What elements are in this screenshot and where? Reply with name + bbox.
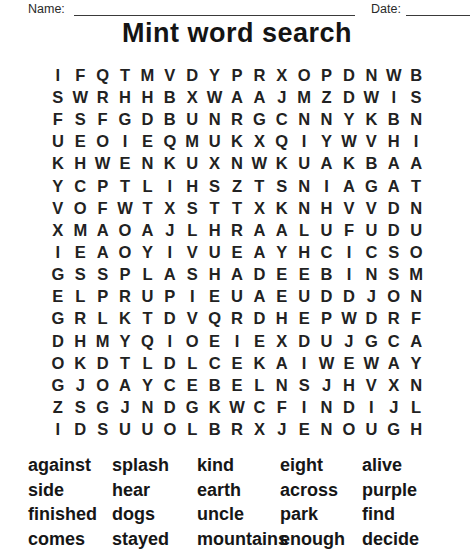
grid-cell[interactable]: N: [405, 197, 427, 219]
grid-cell[interactable]: P: [315, 64, 337, 86]
grid-cell[interactable]: O: [383, 285, 405, 307]
grid-cell[interactable]: H: [315, 197, 337, 219]
grid-cell[interactable]: J: [159, 219, 181, 241]
grid-cell[interactable]: G: [91, 396, 113, 418]
grid-cell[interactable]: K: [159, 153, 181, 175]
grid-cell[interactable]: O: [69, 197, 91, 219]
grid-cell[interactable]: D: [159, 308, 181, 330]
grid-cell[interactable]: V: [159, 64, 181, 86]
grid-cell[interactable]: D: [338, 86, 360, 108]
grid-cell[interactable]: B: [315, 263, 337, 285]
grid-cell[interactable]: Q: [203, 308, 225, 330]
grid-cell[interactable]: Y: [405, 352, 427, 374]
grid-cell[interactable]: O: [159, 418, 181, 440]
grid-cell[interactable]: C: [159, 374, 181, 396]
grid-cell[interactable]: E: [271, 263, 293, 285]
grid-cell[interactable]: N: [226, 153, 248, 175]
word-list-item: eight: [280, 455, 323, 476]
grid-cell[interactable]: N: [136, 153, 158, 175]
grid-cell[interactable]: P: [315, 308, 337, 330]
grid-cell[interactable]: K: [248, 352, 270, 374]
grid-cell[interactable]: E: [226, 241, 248, 263]
grid-cell[interactable]: A: [338, 175, 360, 197]
grid-cell[interactable]: L: [91, 308, 113, 330]
grid-cell[interactable]: A: [159, 263, 181, 285]
grid-cell[interactable]: G: [248, 108, 270, 130]
grid-cell[interactable]: E: [293, 308, 315, 330]
grid-cell[interactable]: V: [338, 197, 360, 219]
grid-cell[interactable]: E: [181, 374, 203, 396]
grid-cell[interactable]: I: [405, 130, 427, 152]
grid-cell[interactable]: V: [360, 130, 382, 152]
grid-cell[interactable]: S: [383, 241, 405, 263]
grid-cell[interactable]: O: [181, 330, 203, 352]
grid-cell[interactable]: W: [383, 64, 405, 86]
grid-cell[interactable]: C: [248, 396, 270, 418]
grid-cell[interactable]: A: [271, 352, 293, 374]
grid-cell[interactable]: S: [181, 263, 203, 285]
grid-cell[interactable]: V: [360, 197, 382, 219]
grid-cell[interactable]: Y: [136, 241, 158, 263]
grid-cell[interactable]: L: [405, 396, 427, 418]
grid-cell[interactable]: R: [226, 108, 248, 130]
grid-cell[interactable]: T: [114, 175, 136, 197]
word-list-item: earth: [197, 480, 241, 501]
grid-cell[interactable]: A: [114, 374, 136, 396]
grid-cell[interactable]: U: [293, 153, 315, 175]
grid-cell[interactable]: S: [69, 396, 91, 418]
word-list-item: decide: [362, 529, 419, 550]
grid-cell[interactable]: F: [271, 396, 293, 418]
grid-cell[interactable]: O: [91, 130, 113, 152]
grid-cell[interactable]: K: [203, 396, 225, 418]
grid-cell[interactable]: X: [159, 197, 181, 219]
grid-cell[interactable]: V: [181, 308, 203, 330]
grid-cell[interactable]: M: [91, 330, 113, 352]
grid-cell[interactable]: M: [181, 130, 203, 152]
grid-cell[interactable]: X: [383, 374, 405, 396]
grid-cell[interactable]: E: [226, 374, 248, 396]
grid-cell[interactable]: A: [248, 219, 270, 241]
grid-cell[interactable]: N: [271, 374, 293, 396]
grid-cell[interactable]: I: [293, 352, 315, 374]
grid-cell[interactable]: I: [181, 285, 203, 307]
grid-cell[interactable]: N: [293, 108, 315, 130]
grid-cell[interactable]: N: [315, 108, 337, 130]
grid-cell[interactable]: W: [248, 153, 270, 175]
grid-cell[interactable]: X: [181, 86, 203, 108]
grid-cell[interactable]: F: [338, 219, 360, 241]
grid-cell[interactable]: E: [114, 153, 136, 175]
grid-cell[interactable]: A: [383, 153, 405, 175]
grid-cell[interactable]: K: [271, 153, 293, 175]
grid-cell[interactable]: F: [91, 108, 113, 130]
grid-cell[interactable]: C: [360, 241, 382, 263]
grid-cell[interactable]: O: [293, 64, 315, 86]
grid-cell[interactable]: N: [136, 396, 158, 418]
grid-cell[interactable]: W: [338, 130, 360, 152]
grid-cell[interactable]: T: [203, 197, 225, 219]
grid-cell[interactable]: V: [181, 241, 203, 263]
grid-cell[interactable]: A: [91, 219, 113, 241]
grid-cell[interactable]: D: [47, 330, 69, 352]
grid-cell[interactable]: N: [315, 418, 337, 440]
grid-cell[interactable]: D: [181, 64, 203, 86]
page-title: Mint word search: [0, 18, 474, 49]
grid-cell[interactable]: Y: [136, 374, 158, 396]
grid-cell[interactable]: H: [271, 308, 293, 330]
grid-cell[interactable]: S: [91, 263, 113, 285]
grid-cell[interactable]: R: [69, 308, 91, 330]
grid-cell[interactable]: H: [405, 418, 427, 440]
grid-cell[interactable]: I: [47, 418, 69, 440]
grid-cell[interactable]: G: [360, 175, 382, 197]
grid-cell[interactable]: Z: [315, 86, 337, 108]
grid-cell[interactable]: R: [226, 418, 248, 440]
grid-cell[interactable]: R: [248, 64, 270, 86]
grid-cell[interactable]: K: [114, 308, 136, 330]
grid-cell[interactable]: K: [360, 108, 382, 130]
grid-cell[interactable]: N: [405, 374, 427, 396]
name-label: Name:: [28, 2, 65, 16]
grid-cell[interactable]: D: [69, 418, 91, 440]
grid-cell[interactable]: V: [360, 374, 382, 396]
grid-cell[interactable]: K: [47, 153, 69, 175]
grid-cell[interactable]: K: [338, 153, 360, 175]
grid-cell[interactable]: K: [271, 197, 293, 219]
grid-cell[interactable]: S: [203, 175, 225, 197]
grid-cell[interactable]: H: [69, 330, 91, 352]
grid-cell[interactable]: T: [226, 197, 248, 219]
grid-cell[interactable]: L: [136, 263, 158, 285]
grid-cell[interactable]: I: [360, 396, 382, 418]
grid-cell[interactable]: O: [338, 418, 360, 440]
grid-cell[interactable]: U: [226, 285, 248, 307]
grid-cell[interactable]: R: [114, 285, 136, 307]
grid-cell[interactable]: D: [159, 352, 181, 374]
grid-cell[interactable]: U: [203, 130, 225, 152]
grid-cell[interactable]: P: [159, 285, 181, 307]
grid-cell[interactable]: T: [114, 352, 136, 374]
grid-cell[interactable]: I: [159, 241, 181, 263]
grid-cell[interactable]: I: [159, 330, 181, 352]
grid-cell[interactable]: L: [181, 352, 203, 374]
grid-cell[interactable]: M: [405, 263, 427, 285]
word-list-item: across: [280, 480, 338, 501]
grid-cell[interactable]: E: [293, 418, 315, 440]
grid-cell[interactable]: M: [136, 64, 158, 86]
grid-cell[interactable]: U: [293, 285, 315, 307]
grid-cell[interactable]: O: [114, 219, 136, 241]
grid-cell[interactable]: H: [181, 175, 203, 197]
grid-cell[interactable]: W: [114, 197, 136, 219]
grid-cell[interactable]: U: [360, 219, 382, 241]
grid-cell[interactable]: U: [181, 108, 203, 130]
grid-cell[interactable]: T: [136, 308, 158, 330]
grid-cell[interactable]: G: [47, 308, 69, 330]
grid-cell[interactable]: L: [136, 175, 158, 197]
grid-cell[interactable]: C: [271, 108, 293, 130]
grid-cell[interactable]: J: [360, 285, 382, 307]
grid-cell[interactable]: T: [114, 64, 136, 86]
grid-cell[interactable]: J: [338, 330, 360, 352]
grid-cell[interactable]: Q: [271, 130, 293, 152]
word-list-item: dogs: [112, 504, 155, 525]
grid-cell[interactable]: U: [181, 153, 203, 175]
grid-cell[interactable]: I: [315, 175, 337, 197]
grid-cell[interactable]: L: [181, 219, 203, 241]
grid-cell[interactable]: G: [383, 418, 405, 440]
grid-cell[interactable]: E: [226, 352, 248, 374]
grid-cell[interactable]: I: [226, 330, 248, 352]
grid-cell[interactable]: D: [293, 330, 315, 352]
grid-cell[interactable]: L: [248, 374, 270, 396]
grid-cell[interactable]: J: [114, 396, 136, 418]
grid-cell[interactable]: H: [114, 86, 136, 108]
grid-cell[interactable]: D: [383, 197, 405, 219]
grid-cell[interactable]: U: [203, 241, 225, 263]
grid-cell[interactable]: N: [360, 64, 382, 86]
grid-cell[interactable]: C: [315, 241, 337, 263]
grid-cell[interactable]: Y: [203, 64, 225, 86]
grid-cell[interactable]: Q: [136, 330, 158, 352]
grid-cell[interactable]: L: [69, 285, 91, 307]
grid-cell[interactable]: J: [271, 418, 293, 440]
grid-cell[interactable]: M: [69, 219, 91, 241]
grid-cell[interactable]: X: [203, 153, 225, 175]
grid-cell[interactable]: W: [226, 396, 248, 418]
grid-cell[interactable]: H: [203, 263, 225, 285]
grid-cell[interactable]: Q: [159, 130, 181, 152]
grid-cell[interactable]: A: [248, 241, 270, 263]
grid-cell[interactable]: U: [136, 285, 158, 307]
grid-cell[interactable]: X: [271, 330, 293, 352]
grid-cell[interactable]: C: [69, 175, 91, 197]
grid-cell[interactable]: A: [91, 241, 113, 263]
grid-cell[interactable]: B: [159, 86, 181, 108]
grid-cell[interactable]: L: [181, 418, 203, 440]
grid-cell[interactable]: D: [136, 108, 158, 130]
grid-cell[interactable]: L: [293, 219, 315, 241]
grid-cell[interactable]: S: [271, 175, 293, 197]
grid-cell[interactable]: R: [226, 219, 248, 241]
grid-cell[interactable]: U: [315, 219, 337, 241]
grid-cell[interactable]: V: [47, 197, 69, 219]
grid-cell[interactable]: D: [338, 285, 360, 307]
grid-cell[interactable]: G: [360, 330, 382, 352]
grid-cell[interactable]: D: [159, 396, 181, 418]
grid-cell[interactable]: X: [248, 197, 270, 219]
grid-cell[interactable]: C: [203, 352, 225, 374]
grid-cell[interactable]: E: [338, 352, 360, 374]
grid-cell[interactable]: O: [91, 374, 113, 396]
grid-cell[interactable]: Q: [91, 64, 113, 86]
grid-cell[interactable]: B: [203, 418, 225, 440]
grid-cell[interactable]: Y: [315, 130, 337, 152]
grid-cell[interactable]: J: [315, 374, 337, 396]
grid-cell[interactable]: S: [293, 374, 315, 396]
word-list-item: side: [28, 480, 64, 501]
grid-cell[interactable]: G: [47, 374, 69, 396]
grid-cell[interactable]: S: [69, 263, 91, 285]
grid-cell[interactable]: E: [69, 241, 91, 263]
grid-cell[interactable]: I: [114, 130, 136, 152]
grid-cell[interactable]: I: [383, 86, 405, 108]
grid-cell[interactable]: H: [338, 374, 360, 396]
grid-cell[interactable]: U: [315, 330, 337, 352]
grid-cell[interactable]: J: [383, 396, 405, 418]
grid-cell[interactable]: W: [360, 86, 382, 108]
grid-cell[interactable]: P: [91, 175, 113, 197]
grid-cell[interactable]: F: [405, 308, 427, 330]
grid-cell[interactable]: W: [315, 352, 337, 374]
grid-cell[interactable]: W: [360, 352, 382, 374]
grid-cell[interactable]: I: [338, 263, 360, 285]
grid-cell[interactable]: T: [136, 197, 158, 219]
grid-cell[interactable]: H: [203, 219, 225, 241]
grid-cell[interactable]: W: [91, 153, 113, 175]
word-list-item: park: [280, 504, 318, 525]
grid-cell[interactable]: O: [405, 241, 427, 263]
grid-cell[interactable]: U: [405, 219, 427, 241]
grid-cell[interactable]: U: [360, 418, 382, 440]
grid-cell[interactable]: E: [69, 130, 91, 152]
grid-cell[interactable]: A: [248, 86, 270, 108]
grid-cell[interactable]: R: [226, 308, 248, 330]
grid-cell[interactable]: X: [248, 130, 270, 152]
grid-cell[interactable]: H: [69, 153, 91, 175]
grid-cell[interactable]: O: [114, 241, 136, 263]
grid-cell[interactable]: N: [315, 396, 337, 418]
grid-cell[interactable]: A: [226, 86, 248, 108]
grid-cell[interactable]: W: [203, 86, 225, 108]
grid-cell[interactable]: T: [248, 175, 270, 197]
grid-cell[interactable]: B: [360, 153, 382, 175]
grid-cell[interactable]: E: [271, 285, 293, 307]
grid-cell[interactable]: G: [47, 263, 69, 285]
grid-cell[interactable]: I: [293, 130, 315, 152]
grid-cell[interactable]: B: [383, 108, 405, 130]
grid-cell[interactable]: B: [159, 108, 181, 130]
grid-cell[interactable]: W: [69, 86, 91, 108]
grid-cell[interactable]: I: [293, 396, 315, 418]
grid-cell[interactable]: I: [159, 175, 181, 197]
grid-cell[interactable]: E: [47, 285, 69, 307]
grid-cell[interactable]: S: [405, 86, 427, 108]
grid-cell[interactable]: P: [226, 64, 248, 86]
grid-cell[interactable]: K: [69, 352, 91, 374]
grid-cell[interactable]: A: [136, 219, 158, 241]
grid-cell[interactable]: M: [293, 86, 315, 108]
grid-cell[interactable]: G: [114, 108, 136, 130]
grid-cell[interactable]: A: [315, 153, 337, 175]
grid-cell[interactable]: N: [293, 175, 315, 197]
grid-cell[interactable]: N: [405, 108, 427, 130]
grid-cell[interactable]: D: [248, 263, 270, 285]
grid-cell[interactable]: E: [203, 330, 225, 352]
grid-cell[interactable]: Y: [47, 175, 69, 197]
grid-cell[interactable]: L: [136, 352, 158, 374]
grid-cell[interactable]: D: [360, 308, 382, 330]
grid-cell[interactable]: U: [114, 418, 136, 440]
grid-cell[interactable]: G: [181, 396, 203, 418]
grid-cell[interactable]: R: [91, 86, 113, 108]
grid-cell[interactable]: I: [338, 241, 360, 263]
grid-cell[interactable]: W: [338, 308, 360, 330]
grid-cell[interactable]: A: [383, 352, 405, 374]
grid-cell[interactable]: F: [91, 197, 113, 219]
grid-cell[interactable]: Z: [226, 175, 248, 197]
grid-cell[interactable]: P: [114, 263, 136, 285]
grid-cell[interactable]: I: [47, 64, 69, 86]
grid-cell[interactable]: X: [271, 64, 293, 86]
grid-cell[interactable]: S: [383, 263, 405, 285]
grid-cell[interactable]: A: [248, 285, 270, 307]
grid-cell[interactable]: E: [203, 285, 225, 307]
grid-cell[interactable]: S: [47, 86, 69, 108]
grid-cell[interactable]: R: [383, 308, 405, 330]
grid-cell[interactable]: T: [405, 175, 427, 197]
grid-cell[interactable]: K: [226, 130, 248, 152]
grid-cell[interactable]: Y: [338, 108, 360, 130]
grid-cell[interactable]: S: [181, 197, 203, 219]
grid-cell[interactable]: A: [405, 330, 427, 352]
grid-cell[interactable]: N: [203, 108, 225, 130]
grid-cell[interactable]: D: [248, 308, 270, 330]
grid-cell[interactable]: S: [91, 418, 113, 440]
grid-cell[interactable]: J: [271, 86, 293, 108]
grid-cell[interactable]: N: [360, 263, 382, 285]
grid-cell[interactable]: A: [383, 175, 405, 197]
grid-cell[interactable]: S: [69, 108, 91, 130]
grid-cell[interactable]: C: [383, 330, 405, 352]
grid-cell[interactable]: O: [47, 352, 69, 374]
grid-cell[interactable]: I: [47, 241, 69, 263]
grid-cell[interactable]: E: [136, 130, 158, 152]
grid-cell[interactable]: N: [405, 285, 427, 307]
word-list-item: mountains: [197, 529, 288, 550]
grid-cell[interactable]: B: [405, 64, 427, 86]
grid-cell[interactable]: D: [338, 64, 360, 86]
grid-cell[interactable]: E: [248, 330, 270, 352]
grid-cell[interactable]: H: [383, 130, 405, 152]
grid-cell[interactable]: X: [47, 219, 69, 241]
grid-cell[interactable]: P: [91, 285, 113, 307]
grid-cell[interactable]: A: [405, 153, 427, 175]
grid-cell[interactable]: X: [248, 418, 270, 440]
grid-cell[interactable]: A: [271, 219, 293, 241]
grid-cell[interactable]: U: [136, 418, 158, 440]
grid-cell[interactable]: Y: [271, 241, 293, 263]
grid-cell[interactable]: U: [47, 130, 69, 152]
grid-cell[interactable]: F: [47, 108, 69, 130]
grid-cell[interactable]: D: [338, 396, 360, 418]
word-list-item: against: [28, 455, 91, 476]
grid-cell[interactable]: Z: [47, 396, 69, 418]
grid-cell[interactable]: D: [91, 352, 113, 374]
grid-cell[interactable]: E: [293, 263, 315, 285]
grid-cell[interactable]: Y: [114, 330, 136, 352]
grid-cell[interactable]: H: [293, 241, 315, 263]
grid-cell[interactable]: B: [203, 374, 225, 396]
grid-cell[interactable]: D: [383, 219, 405, 241]
grid-cell[interactable]: H: [136, 86, 158, 108]
grid-cell[interactable]: D: [315, 285, 337, 307]
grid-cell[interactable]: A: [226, 263, 248, 285]
grid-cell[interactable]: F: [69, 64, 91, 86]
grid-cell[interactable]: N: [293, 197, 315, 219]
grid-cell[interactable]: J: [69, 374, 91, 396]
